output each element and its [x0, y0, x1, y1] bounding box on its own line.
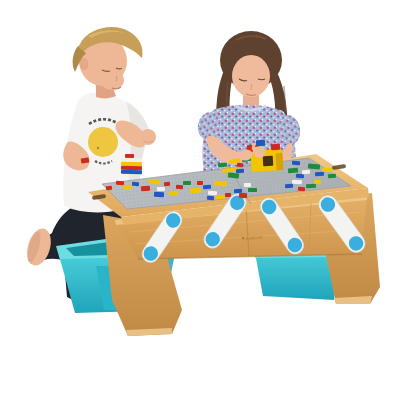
lego-brick	[228, 173, 239, 179]
tshirt-graphic-dot	[97, 147, 100, 150]
lego-brick	[234, 189, 242, 194]
lego-brick	[121, 170, 142, 175]
lego-brick	[248, 188, 257, 192]
lego-brick	[214, 181, 227, 187]
lego-brick	[292, 161, 300, 165]
lego-brick	[263, 156, 274, 167]
lego-brick	[125, 154, 134, 158]
lego-brick	[164, 182, 170, 187]
product-photo-building-brick-table: KidKraft	[0, 0, 400, 400]
lego-brick	[116, 181, 124, 186]
lego-brick	[322, 168, 332, 173]
lego-brick	[271, 144, 280, 150]
under-table-bin-right	[255, 252, 336, 300]
tshirt-sun-graphic	[88, 127, 118, 157]
lego-brick	[197, 181, 203, 185]
lego-brick	[157, 187, 165, 191]
lego-brick	[292, 180, 302, 184]
lego-brick	[154, 192, 164, 198]
lego-brick	[239, 193, 247, 198]
lego-brick	[121, 158, 142, 163]
lego-brick	[106, 186, 112, 191]
lego-brick	[203, 185, 211, 189]
lego-brick	[190, 188, 201, 194]
lego-brick	[315, 172, 324, 177]
lego-brick	[328, 174, 336, 179]
lego-brick	[121, 162, 142, 167]
lego-brick	[121, 166, 142, 171]
lego-brick	[225, 193, 231, 197]
lego-brick	[215, 195, 225, 200]
lego-brick	[302, 170, 310, 174]
girl-face	[232, 55, 270, 97]
lego-brick	[207, 196, 214, 200]
lego-brick	[256, 140, 265, 146]
lego-brick	[298, 187, 305, 191]
lego-brick	[236, 169, 244, 174]
lego-brick	[314, 180, 321, 185]
lego-brick	[208, 191, 217, 195]
lego-brick	[296, 174, 304, 179]
lego-brick	[176, 185, 183, 189]
lego-brick	[237, 163, 243, 168]
lego-brick	[285, 184, 293, 188]
lego-brick	[169, 191, 178, 195]
lego-brick	[218, 163, 227, 168]
lego-brick	[132, 182, 139, 186]
lego-brick	[306, 184, 316, 188]
lego-brick	[276, 153, 284, 170]
lego-brick	[244, 183, 251, 187]
lego-brick	[123, 185, 132, 190]
lego-brick	[141, 186, 150, 192]
lego-brick	[288, 168, 298, 174]
lego-brick	[183, 181, 191, 185]
